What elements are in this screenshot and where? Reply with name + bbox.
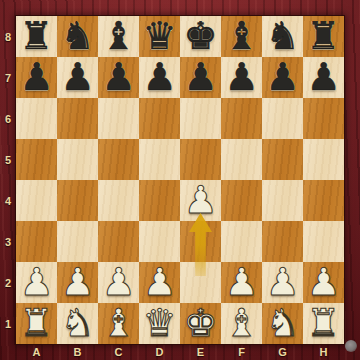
rank-label-2: 2	[0, 262, 16, 303]
square-f5[interactable]	[221, 139, 262, 180]
rank-label-7: 7	[0, 57, 16, 98]
piece-black-rook[interactable]: ♜	[19, 16, 53, 57]
rank-label-4: 4	[0, 180, 16, 221]
square-e1[interactable]: ♚	[180, 303, 221, 344]
square-c2[interactable]: ♟	[98, 262, 139, 303]
square-b2[interactable]: ♟	[57, 262, 98, 303]
square-h8[interactable]: ♜	[303, 16, 344, 57]
square-d3[interactable]	[139, 221, 180, 262]
square-a3[interactable]	[16, 221, 57, 262]
piece-black-king[interactable]: ♚	[183, 16, 217, 57]
piece-black-pawn[interactable]: ♟	[224, 57, 258, 98]
square-b6[interactable]	[57, 98, 98, 139]
square-c1[interactable]: ♝	[98, 303, 139, 344]
piece-black-rook[interactable]: ♜	[306, 16, 340, 57]
square-h6[interactable]	[303, 98, 344, 139]
file-label-g: G	[262, 344, 303, 360]
piece-white-knight[interactable]: ♞	[265, 303, 299, 344]
piece-black-pawn[interactable]: ♟	[60, 57, 94, 98]
piece-white-pawn[interactable]: ♟	[183, 180, 217, 221]
square-d1[interactable]: ♛	[139, 303, 180, 344]
square-b1[interactable]: ♞	[57, 303, 98, 344]
square-h2[interactable]: ♟	[303, 262, 344, 303]
piece-black-knight[interactable]: ♞	[60, 16, 94, 57]
square-e8[interactable]: ♚	[180, 16, 221, 57]
square-c7[interactable]: ♟	[98, 57, 139, 98]
piece-white-bishop[interactable]: ♝	[101, 303, 135, 344]
piece-white-pawn[interactable]: ♟	[265, 262, 299, 303]
piece-white-pawn[interactable]: ♟	[142, 262, 176, 303]
piece-black-pawn[interactable]: ♟	[142, 57, 176, 98]
piece-white-pawn[interactable]: ♟	[101, 262, 135, 303]
square-d8[interactable]: ♛	[139, 16, 180, 57]
rank-label-1: 1	[0, 303, 16, 344]
piece-black-pawn[interactable]: ♟	[101, 57, 135, 98]
square-e7[interactable]: ♟	[180, 57, 221, 98]
square-d7[interactable]: ♟	[139, 57, 180, 98]
square-f8[interactable]: ♝	[221, 16, 262, 57]
square-a6[interactable]	[16, 98, 57, 139]
square-a4[interactable]	[16, 180, 57, 221]
square-g1[interactable]: ♞	[262, 303, 303, 344]
square-g6[interactable]	[262, 98, 303, 139]
piece-black-pawn[interactable]: ♟	[265, 57, 299, 98]
square-h7[interactable]: ♟	[303, 57, 344, 98]
rank-label-8: 8	[0, 16, 16, 57]
square-f1[interactable]: ♝	[221, 303, 262, 344]
file-label-d: D	[139, 344, 180, 360]
square-b7[interactable]: ♟	[57, 57, 98, 98]
piece-white-knight[interactable]: ♞	[60, 303, 94, 344]
piece-white-queen[interactable]: ♛	[142, 303, 176, 344]
square-g8[interactable]: ♞	[262, 16, 303, 57]
square-c5[interactable]	[98, 139, 139, 180]
square-a2[interactable]: ♟	[16, 262, 57, 303]
square-e2[interactable]	[180, 262, 221, 303]
rank-label-6: 6	[0, 98, 16, 139]
piece-white-pawn[interactable]: ♟	[19, 262, 53, 303]
square-g3[interactable]	[262, 221, 303, 262]
square-d2[interactable]: ♟	[139, 262, 180, 303]
square-b3[interactable]	[57, 221, 98, 262]
square-g4[interactable]	[262, 180, 303, 221]
file-label-h: H	[303, 344, 344, 360]
file-label-f: F	[221, 344, 262, 360]
piece-black-bishop[interactable]: ♝	[101, 16, 135, 57]
square-f2[interactable]: ♟	[221, 262, 262, 303]
piece-white-rook[interactable]: ♜	[19, 303, 53, 344]
square-h1[interactable]: ♜	[303, 303, 344, 344]
piece-white-rook[interactable]: ♜	[306, 303, 340, 344]
piece-white-bishop[interactable]: ♝	[224, 303, 258, 344]
piece-black-pawn[interactable]: ♟	[306, 57, 340, 98]
square-e3[interactable]	[180, 221, 221, 262]
square-d6[interactable]	[139, 98, 180, 139]
piece-black-pawn[interactable]: ♟	[19, 57, 53, 98]
square-h5[interactable]	[303, 139, 344, 180]
square-h4[interactable]	[303, 180, 344, 221]
square-f7[interactable]: ♟	[221, 57, 262, 98]
square-b5[interactable]	[57, 139, 98, 180]
piece-black-pawn[interactable]: ♟	[183, 57, 217, 98]
square-b4[interactable]	[57, 180, 98, 221]
square-g2[interactable]: ♟	[262, 262, 303, 303]
square-g7[interactable]: ♟	[262, 57, 303, 98]
rank-label-5: 5	[0, 139, 16, 180]
piece-white-pawn[interactable]: ♟	[306, 262, 340, 303]
square-a8[interactable]: ♜	[16, 16, 57, 57]
piece-black-queen[interactable]: ♛	[142, 16, 176, 57]
square-d5[interactable]	[139, 139, 180, 180]
file-label-a: A	[16, 344, 57, 360]
square-e6[interactable]	[180, 98, 221, 139]
piece-black-bishop[interactable]: ♝	[224, 16, 258, 57]
square-f6[interactable]	[221, 98, 262, 139]
square-f3[interactable]	[221, 221, 262, 262]
rank-label-3: 3	[0, 221, 16, 262]
piece-white-pawn[interactable]: ♟	[60, 262, 94, 303]
square-d4[interactable]	[139, 180, 180, 221]
square-c3[interactable]	[98, 221, 139, 262]
square-a1[interactable]: ♜	[16, 303, 57, 344]
square-c8[interactable]: ♝	[98, 16, 139, 57]
square-c6[interactable]	[98, 98, 139, 139]
square-a7[interactable]: ♟	[16, 57, 57, 98]
piece-white-king[interactable]: ♚	[183, 303, 217, 344]
square-h3[interactable]	[303, 221, 344, 262]
square-b8[interactable]: ♞	[57, 16, 98, 57]
resize-handle-dot[interactable]	[345, 340, 357, 352]
square-e4[interactable]: ♟	[180, 180, 221, 221]
square-e5[interactable]	[180, 139, 221, 180]
file-label-c: C	[98, 344, 139, 360]
file-label-e: E	[180, 344, 221, 360]
piece-black-knight[interactable]: ♞	[265, 16, 299, 57]
chess-board-window: ♜♞♝♛♚♝♞♜♟♟♟♟♟♟♟♟♟♟♟♟♟♟♟♟♜♞♝♛♚♝♞♜ 8765432…	[0, 0, 360, 360]
file-label-b: B	[57, 344, 98, 360]
piece-white-pawn[interactable]: ♟	[224, 262, 258, 303]
square-a5[interactable]	[16, 139, 57, 180]
square-g5[interactable]	[262, 139, 303, 180]
square-c4[interactable]	[98, 180, 139, 221]
square-f4[interactable]	[221, 180, 262, 221]
chess-board: ♜♞♝♛♚♝♞♜♟♟♟♟♟♟♟♟♟♟♟♟♟♟♟♟♜♞♝♛♚♝♞♜	[16, 16, 344, 344]
